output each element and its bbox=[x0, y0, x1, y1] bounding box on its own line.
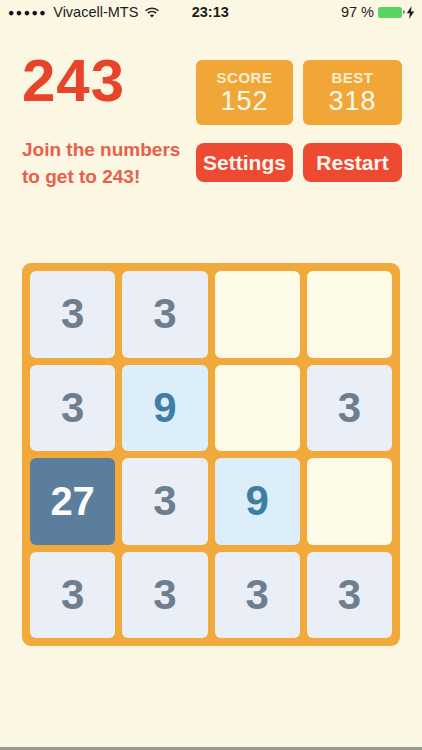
subtitle-line-1: Join the numbers bbox=[22, 136, 180, 163]
best-value: 318 bbox=[328, 86, 376, 117]
status-left: ●●●●● Vivacell-MTS bbox=[8, 0, 160, 24]
tile-3-r4c1: 3 bbox=[30, 552, 115, 639]
board[interactable]: 3339327393333 bbox=[22, 263, 400, 646]
tile-27-r3c1: 27 bbox=[30, 458, 115, 545]
status-right: 97 % bbox=[341, 0, 415, 24]
game-subtitle: Join the numbers to get to 243! bbox=[22, 136, 180, 190]
wifi-icon bbox=[144, 6, 160, 18]
tile-9-r2c2: 9 bbox=[122, 365, 207, 452]
tile-3-r4c2: 3 bbox=[122, 552, 207, 639]
tile-3-r4c3: 3 bbox=[215, 552, 300, 639]
signal-strength-icon: ●●●●● bbox=[8, 0, 47, 24]
tile-9-r3c3: 9 bbox=[215, 458, 300, 545]
best-box: BEST 318 bbox=[303, 60, 402, 125]
tile-3-r3c2: 3 bbox=[122, 458, 207, 545]
clock-time: 23:13 bbox=[192, 0, 229, 24]
restart-button[interactable]: Restart bbox=[303, 143, 402, 182]
score-label: SCORE bbox=[217, 69, 273, 86]
tile-3-r4c4: 3 bbox=[307, 552, 392, 639]
charging-bolt-icon bbox=[406, 6, 415, 19]
tile-3-r2c1: 3 bbox=[30, 365, 115, 452]
battery-percent-label: 97 % bbox=[341, 4, 374, 20]
score-box: SCORE 152 bbox=[196, 60, 293, 125]
tile-3-r1c1: 3 bbox=[30, 271, 115, 358]
carrier-label: Vivacell-MTS bbox=[53, 4, 138, 20]
settings-button[interactable]: Settings bbox=[196, 143, 293, 182]
tile-3-r1c2: 3 bbox=[122, 271, 207, 358]
empty-cell-r3c4 bbox=[307, 458, 392, 545]
tile-3-r2c4: 3 bbox=[307, 365, 392, 452]
status-bar: ●●●●● Vivacell-MTS 23:13 97 % bbox=[0, 0, 422, 24]
empty-cell-r1c4 bbox=[307, 271, 392, 358]
battery-icon bbox=[378, 7, 402, 18]
empty-cell-r2c3 bbox=[215, 365, 300, 452]
best-label: BEST bbox=[331, 69, 373, 86]
score-value: 152 bbox=[220, 86, 268, 117]
app-screen: ●●●●● Vivacell-MTS 23:13 97 % 243 Join bbox=[0, 0, 422, 750]
empty-cell-r1c3 bbox=[215, 271, 300, 358]
subtitle-line-2: to get to 243! bbox=[22, 163, 180, 190]
game-title: 243 bbox=[22, 48, 125, 114]
